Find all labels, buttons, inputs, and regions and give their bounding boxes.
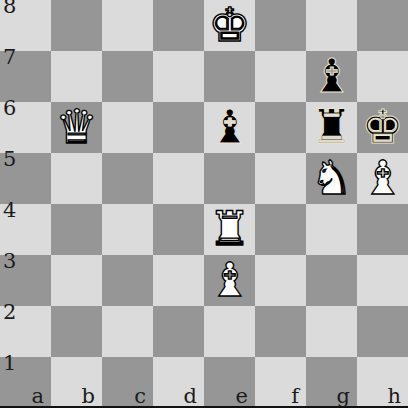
rank-label-7: 7 bbox=[3, 47, 16, 68]
piece-white-bishop-e3[interactable]: ♝ bbox=[208, 254, 250, 305]
square-g7[interactable]: ♝ bbox=[306, 51, 357, 102]
square-h6[interactable]: ♚ bbox=[357, 102, 408, 153]
rank-label-1: 1 bbox=[3, 353, 16, 374]
square-e3[interactable]: ♝ bbox=[204, 255, 255, 306]
square-d6[interactable] bbox=[153, 102, 204, 153]
piece-black-bishop-g7[interactable]: ♝ bbox=[310, 50, 352, 101]
square-g4[interactable] bbox=[306, 204, 357, 255]
rank-label-5: 5 bbox=[3, 149, 16, 170]
rank-label-2: 2 bbox=[3, 302, 16, 323]
square-h4[interactable] bbox=[357, 204, 408, 255]
square-c4[interactable] bbox=[102, 204, 153, 255]
file-label-e: e bbox=[204, 386, 248, 407]
square-d5[interactable] bbox=[153, 153, 204, 204]
piece-black-king-h6[interactable]: ♚ bbox=[361, 101, 403, 152]
square-c2[interactable] bbox=[102, 306, 153, 357]
square-b2[interactable] bbox=[51, 306, 102, 357]
chess-board: ♚♝♛♝♜♚♞♝♜♝ 87654321abcdefgh bbox=[0, 0, 408, 408]
square-f7[interactable] bbox=[255, 51, 306, 102]
piece-white-knight-g5[interactable]: ♞ bbox=[310, 152, 352, 203]
square-c6[interactable] bbox=[102, 102, 153, 153]
square-h5[interactable]: ♝ bbox=[357, 153, 408, 204]
square-h2[interactable] bbox=[357, 306, 408, 357]
file-label-b: b bbox=[51, 386, 95, 407]
square-g2[interactable] bbox=[306, 306, 357, 357]
square-c8[interactable] bbox=[102, 0, 153, 51]
square-h3[interactable] bbox=[357, 255, 408, 306]
piece-white-rook-e4[interactable]: ♜ bbox=[208, 203, 250, 254]
square-d3[interactable] bbox=[153, 255, 204, 306]
square-g3[interactable] bbox=[306, 255, 357, 306]
square-b5[interactable] bbox=[51, 153, 102, 204]
file-label-a: a bbox=[0, 386, 44, 407]
square-e4[interactable]: ♜ bbox=[204, 204, 255, 255]
rank-label-8: 8 bbox=[3, 0, 16, 17]
square-d4[interactable] bbox=[153, 204, 204, 255]
square-e6[interactable]: ♝ bbox=[204, 102, 255, 153]
rank-label-3: 3 bbox=[3, 251, 16, 272]
board-grid: ♚♝♛♝♜♚♞♝♜♝ bbox=[0, 0, 408, 408]
file-label-c: c bbox=[102, 386, 146, 407]
square-c5[interactable] bbox=[102, 153, 153, 204]
piece-white-bishop-h5[interactable]: ♝ bbox=[361, 152, 403, 203]
rank-label-6: 6 bbox=[3, 98, 16, 119]
square-d7[interactable] bbox=[153, 51, 204, 102]
square-c7[interactable] bbox=[102, 51, 153, 102]
square-f4[interactable] bbox=[255, 204, 306, 255]
square-e7[interactable] bbox=[204, 51, 255, 102]
file-label-h: h bbox=[357, 386, 401, 407]
square-b8[interactable] bbox=[51, 0, 102, 51]
square-b4[interactable] bbox=[51, 204, 102, 255]
square-h8[interactable] bbox=[357, 0, 408, 51]
square-f6[interactable] bbox=[255, 102, 306, 153]
piece-black-bishop-e6[interactable]: ♝ bbox=[208, 101, 250, 152]
square-e2[interactable] bbox=[204, 306, 255, 357]
square-c3[interactable] bbox=[102, 255, 153, 306]
file-label-g: g bbox=[306, 386, 350, 407]
file-label-f: f bbox=[255, 386, 299, 407]
square-g8[interactable] bbox=[306, 0, 357, 51]
rank-label-4: 4 bbox=[3, 200, 16, 221]
square-e8[interactable]: ♚ bbox=[204, 0, 255, 51]
square-d2[interactable] bbox=[153, 306, 204, 357]
piece-white-king-e8[interactable]: ♚ bbox=[208, 0, 250, 50]
file-label-d: d bbox=[153, 386, 197, 407]
piece-black-rook-g6[interactable]: ♜ bbox=[310, 101, 352, 152]
square-b7[interactable] bbox=[51, 51, 102, 102]
square-b3[interactable] bbox=[51, 255, 102, 306]
square-b6[interactable]: ♛ bbox=[51, 102, 102, 153]
square-g5[interactable]: ♞ bbox=[306, 153, 357, 204]
square-f8[interactable] bbox=[255, 0, 306, 51]
square-f5[interactable] bbox=[255, 153, 306, 204]
square-d8[interactable] bbox=[153, 0, 204, 51]
square-f3[interactable] bbox=[255, 255, 306, 306]
square-h7[interactable] bbox=[357, 51, 408, 102]
square-g6[interactable]: ♜ bbox=[306, 102, 357, 153]
piece-white-queen-b6[interactable]: ♛ bbox=[55, 101, 97, 152]
square-e5[interactable] bbox=[204, 153, 255, 204]
square-f2[interactable] bbox=[255, 306, 306, 357]
